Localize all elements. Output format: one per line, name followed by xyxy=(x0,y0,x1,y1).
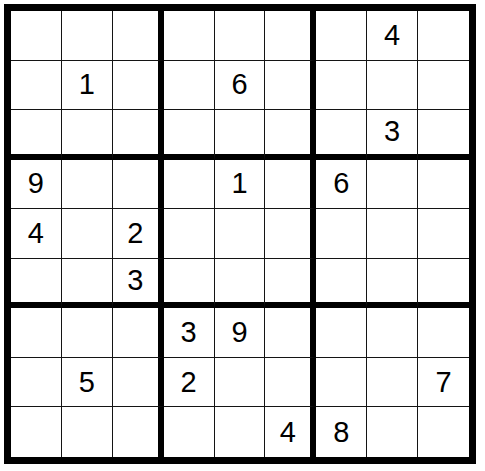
cell-r1-c6[interactable] xyxy=(265,11,316,61)
cell-r5-c2[interactable] xyxy=(62,209,113,259)
cell-r5-c4[interactable] xyxy=(164,209,215,259)
cell-r4-c8[interactable] xyxy=(367,160,418,210)
cell-r8-c7[interactable] xyxy=(316,358,367,408)
cell-r7-c1[interactable] xyxy=(11,308,62,358)
cell-r6-c1[interactable] xyxy=(11,259,62,309)
cell-r2-c6[interactable] xyxy=(265,61,316,111)
cell-r1-c8[interactable]: 4 xyxy=(367,11,418,61)
cell-r5-c3[interactable]: 2 xyxy=(113,209,164,259)
cell-r5-c9[interactable] xyxy=(418,209,469,259)
cell-r2-c1[interactable] xyxy=(11,61,62,111)
cell-r1-c7[interactable] xyxy=(316,11,367,61)
cell-r2-c3[interactable] xyxy=(113,61,164,111)
cell-r9-c6[interactable]: 4 xyxy=(265,407,316,457)
cell-r9-c8[interactable] xyxy=(367,407,418,457)
cell-r7-c7[interactable] xyxy=(316,308,367,358)
cell-r6-c9[interactable] xyxy=(418,259,469,309)
cell-r3-c9[interactable] xyxy=(418,110,469,160)
cell-r8-c9[interactable]: 7 xyxy=(418,358,469,408)
cell-r8-c1[interactable] xyxy=(11,358,62,408)
cell-r7-c8[interactable] xyxy=(367,308,418,358)
cell-r4-c3[interactable] xyxy=(113,160,164,210)
cell-r4-c9[interactable] xyxy=(418,160,469,210)
sudoku-board: 41639164233952748 xyxy=(4,4,476,464)
cell-r8-c5[interactable] xyxy=(215,358,266,408)
cell-r8-c6[interactable] xyxy=(265,358,316,408)
cell-r2-c9[interactable] xyxy=(418,61,469,111)
cell-r2-c8[interactable] xyxy=(367,61,418,111)
cell-r6-c2[interactable] xyxy=(62,259,113,309)
cell-r2-c2[interactable]: 1 xyxy=(62,61,113,111)
cell-r9-c4[interactable] xyxy=(164,407,215,457)
cell-r1-c4[interactable] xyxy=(164,11,215,61)
cell-r9-c5[interactable] xyxy=(215,407,266,457)
cell-r2-c7[interactable] xyxy=(316,61,367,111)
cell-r7-c3[interactable] xyxy=(113,308,164,358)
cell-r1-c3[interactable] xyxy=(113,11,164,61)
cell-r9-c3[interactable] xyxy=(113,407,164,457)
cell-r5-c1[interactable]: 4 xyxy=(11,209,62,259)
cell-r7-c5[interactable]: 9 xyxy=(215,308,266,358)
cell-r4-c5[interactable]: 1 xyxy=(215,160,266,210)
cell-r3-c1[interactable] xyxy=(11,110,62,160)
cell-r9-c7[interactable]: 8 xyxy=(316,407,367,457)
cell-r3-c6[interactable] xyxy=(265,110,316,160)
cell-r6-c3[interactable]: 3 xyxy=(113,259,164,309)
cell-r5-c8[interactable] xyxy=(367,209,418,259)
cell-r3-c4[interactable] xyxy=(164,110,215,160)
cell-r2-c4[interactable] xyxy=(164,61,215,111)
cell-r1-c9[interactable] xyxy=(418,11,469,61)
cell-r9-c2[interactable] xyxy=(62,407,113,457)
cell-r9-c9[interactable] xyxy=(418,407,469,457)
cell-r4-c7[interactable]: 6 xyxy=(316,160,367,210)
cell-r9-c1[interactable] xyxy=(11,407,62,457)
cell-r7-c9[interactable] xyxy=(418,308,469,358)
cell-r4-c4[interactable] xyxy=(164,160,215,210)
cell-r5-c7[interactable] xyxy=(316,209,367,259)
cell-r7-c6[interactable] xyxy=(265,308,316,358)
cell-r8-c2[interactable]: 5 xyxy=(62,358,113,408)
cell-r2-c5[interactable]: 6 xyxy=(215,61,266,111)
cell-r3-c7[interactable] xyxy=(316,110,367,160)
cell-r1-c1[interactable] xyxy=(11,11,62,61)
cell-r8-c8[interactable] xyxy=(367,358,418,408)
cell-r4-c1[interactable]: 9 xyxy=(11,160,62,210)
cell-r3-c8[interactable]: 3 xyxy=(367,110,418,160)
cell-r4-c2[interactable] xyxy=(62,160,113,210)
cell-r6-c4[interactable] xyxy=(164,259,215,309)
cell-r3-c3[interactable] xyxy=(113,110,164,160)
cell-r6-c7[interactable] xyxy=(316,259,367,309)
cell-r3-c2[interactable] xyxy=(62,110,113,160)
cell-r5-c6[interactable] xyxy=(265,209,316,259)
cell-r3-c5[interactable] xyxy=(215,110,266,160)
cell-r6-c5[interactable] xyxy=(215,259,266,309)
cell-r8-c3[interactable] xyxy=(113,358,164,408)
cell-r7-c2[interactable] xyxy=(62,308,113,358)
cell-r8-c4[interactable]: 2 xyxy=(164,358,215,408)
cell-r4-c6[interactable] xyxy=(265,160,316,210)
cell-r6-c6[interactable] xyxy=(265,259,316,309)
cell-r7-c4[interactable]: 3 xyxy=(164,308,215,358)
cell-r5-c5[interactable] xyxy=(215,209,266,259)
cell-r1-c2[interactable] xyxy=(62,11,113,61)
cell-r1-c5[interactable] xyxy=(215,11,266,61)
cell-r6-c8[interactable] xyxy=(367,259,418,309)
